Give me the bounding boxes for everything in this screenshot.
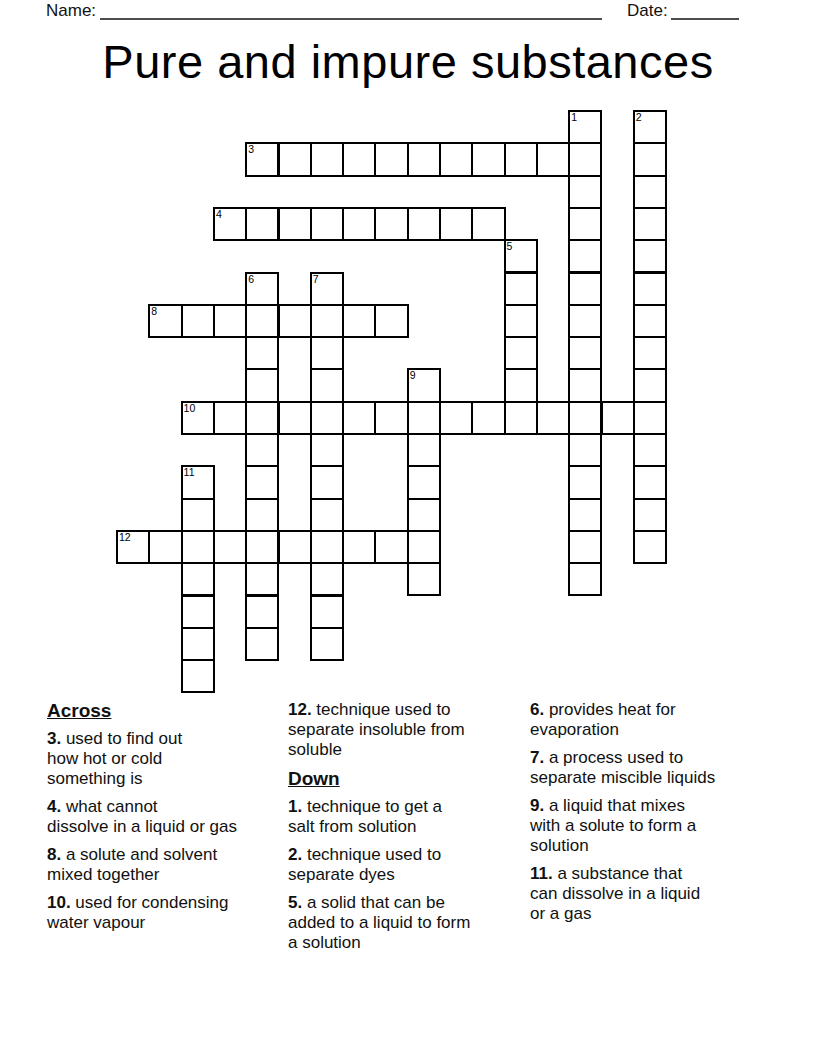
clue-down-6-text: provides heat for evaporation <box>530 700 676 739</box>
clue-down-11: 11. a substance that can dissolve in a l… <box>530 864 768 924</box>
name-label: Name: <box>46 1 96 21</box>
cell-r10-c9[interactable] <box>407 433 441 467</box>
cell-r2-c14[interactable] <box>568 175 602 209</box>
cell-r9-c4[interactable] <box>245 401 279 435</box>
clue-down-9-text: a liquid that mixes with a solute to for… <box>530 796 696 855</box>
cell-r14-c14[interactable] <box>568 562 602 596</box>
cell-r8-c6[interactable] <box>310 368 344 402</box>
clue-across-4-text: what cannot dissolve in a liquid or gas <box>47 797 237 836</box>
cell-r6-c1[interactable]: 8 <box>148 304 182 338</box>
cell-r3-c3[interactable]: 4 <box>213 207 247 241</box>
clue-down-11-text: a substance that can dissolve in a liqui… <box>530 864 700 923</box>
cell-r6-c5[interactable] <box>278 304 312 338</box>
cell-r5-c12[interactable] <box>504 272 538 306</box>
cell-r9-c13[interactable] <box>536 401 570 435</box>
cell-r10-c6[interactable] <box>310 433 344 467</box>
clue-number-8: 8 <box>151 306 157 317</box>
cell-r9-c6[interactable] <box>310 401 344 435</box>
clue-number-11: 11 <box>184 467 195 478</box>
cell-r6-c14[interactable] <box>568 304 602 338</box>
cell-r3-c4[interactable] <box>245 207 279 241</box>
cell-r8-c4[interactable] <box>245 368 279 402</box>
clue-number-6: 6 <box>248 274 254 285</box>
clue-down-7-number: 7. <box>530 748 544 767</box>
cell-r1-c9[interactable] <box>407 142 441 176</box>
cell-r13-c7[interactable] <box>342 530 376 564</box>
clue-number-10: 10 <box>184 403 196 414</box>
clue-across-3: 3. used to find out how hot or cold some… <box>47 729 287 789</box>
cell-r3-c5[interactable] <box>278 207 312 241</box>
clue-down-5-text: a solid that can be added to a liquid to… <box>288 893 470 952</box>
cell-r12-c16[interactable] <box>633 498 667 532</box>
clue-across-12: 12. technique used to separate insoluble… <box>288 700 526 760</box>
cell-r7-c4[interactable] <box>245 336 279 370</box>
cell-r10-c4[interactable] <box>245 433 279 467</box>
cell-r9-c16[interactable] <box>633 401 667 435</box>
cell-r5-c14[interactable] <box>568 272 602 306</box>
cell-r13-c9[interactable] <box>407 530 441 564</box>
cell-r13-c6[interactable] <box>310 530 344 564</box>
cell-r6-c12[interactable] <box>504 304 538 338</box>
down-header: Down <box>288 768 526 790</box>
cell-r6-c3[interactable] <box>213 304 247 338</box>
cell-r12-c14[interactable] <box>568 498 602 532</box>
cell-r1-c14[interactable] <box>568 142 602 176</box>
clue-number-7: 7 <box>313 274 319 285</box>
clue-number-2: 2 <box>636 112 642 123</box>
cell-r8-c16[interactable] <box>633 368 667 402</box>
cell-r6-c7[interactable] <box>342 304 376 338</box>
cell-r6-c6[interactable] <box>310 304 344 338</box>
clue-down-2-number: 2. <box>288 845 302 864</box>
clue-column-1: Across3. used to find out how hot or col… <box>47 700 287 941</box>
cell-r1-c13[interactable] <box>536 142 570 176</box>
clue-column-3: 6. provides heat for evaporation7. a pro… <box>530 700 768 932</box>
cell-r3-c6[interactable] <box>310 207 344 241</box>
cell-r15-c4[interactable] <box>245 595 279 629</box>
cell-r11-c16[interactable] <box>633 465 667 499</box>
clue-column-2: 12. technique used to separate insoluble… <box>288 700 526 961</box>
cell-r7-c6[interactable] <box>310 336 344 370</box>
cell-r7-c16[interactable] <box>633 336 667 370</box>
cell-r10-c16[interactable] <box>633 433 667 467</box>
cell-r13-c1[interactable] <box>148 530 182 564</box>
cell-r11-c2[interactable]: 11 <box>181 465 215 499</box>
cell-r3-c7[interactable] <box>342 207 376 241</box>
clue-number-3: 3 <box>248 144 254 155</box>
cell-r12-c9[interactable] <box>407 498 441 532</box>
clue-across-8-text: a solute and solvent mixed together <box>47 845 217 884</box>
clue-down-2-text: technique used to separate dyes <box>288 845 441 884</box>
cell-r1-c11[interactable] <box>471 142 505 176</box>
cell-r0-c14[interactable]: 1 <box>568 110 602 144</box>
cell-r13-c14[interactable] <box>568 530 602 564</box>
cell-r11-c9[interactable] <box>407 465 441 499</box>
cell-r1-c4[interactable]: 3 <box>245 142 279 176</box>
cell-r9-c15[interactable] <box>601 401 635 435</box>
cell-r11-c14[interactable] <box>568 465 602 499</box>
cell-r12-c2[interactable] <box>181 498 215 532</box>
cell-r16-c6[interactable] <box>310 627 344 661</box>
cell-r16-c4[interactable] <box>245 627 279 661</box>
cell-r15-c6[interactable] <box>310 595 344 629</box>
cell-r1-c8[interactable] <box>374 142 408 176</box>
cell-r3-c16[interactable] <box>633 207 667 241</box>
cell-r7-c14[interactable] <box>568 336 602 370</box>
clue-number-5: 5 <box>507 241 513 252</box>
date-blank-line[interactable] <box>671 2 739 20</box>
clue-across-12-text: technique used to separate insoluble fro… <box>288 700 465 759</box>
cell-r11-c4[interactable] <box>245 465 279 499</box>
cell-r3-c9[interactable] <box>407 207 441 241</box>
cell-r9-c10[interactable] <box>439 401 473 435</box>
cell-r14-c9[interactable] <box>407 562 441 596</box>
cell-r8-c14[interactable] <box>568 368 602 402</box>
cell-r4-c12[interactable]: 5 <box>504 239 538 273</box>
clue-down-1-text: technique to get a salt from solution <box>288 797 442 836</box>
cell-r12-c6[interactable] <box>310 498 344 532</box>
cell-r5-c4[interactable]: 6 <box>245 272 279 306</box>
clue-across-12-number: 12. <box>288 700 312 719</box>
cell-r15-c2[interactable] <box>181 595 215 629</box>
cell-r4-c14[interactable] <box>568 239 602 273</box>
cell-r14-c4[interactable] <box>245 562 279 596</box>
clue-down-11-number: 11. <box>530 864 553 883</box>
cell-r6-c8[interactable] <box>374 304 408 338</box>
clue-number-9: 9 <box>410 370 416 381</box>
cell-r13-c8[interactable] <box>374 530 408 564</box>
cell-r11-c6[interactable] <box>310 465 344 499</box>
clue-down-2: 2. technique used to separate dyes <box>288 845 526 885</box>
clue-down-6: 6. provides heat for evaporation <box>530 700 768 740</box>
cell-r13-c4[interactable] <box>245 530 279 564</box>
cell-r10-c14[interactable] <box>568 433 602 467</box>
cell-r3-c14[interactable] <box>568 207 602 241</box>
clue-down-6-number: 6. <box>530 700 544 719</box>
cell-r3-c10[interactable] <box>439 207 473 241</box>
cell-r1-c16[interactable] <box>633 142 667 176</box>
cell-r13-c0[interactable]: 12 <box>116 530 150 564</box>
name-blank-line[interactable] <box>100 2 602 20</box>
cell-r0-c16[interactable]: 2 <box>633 110 667 144</box>
cell-r14-c2[interactable] <box>181 562 215 596</box>
cell-r17-c2[interactable] <box>181 659 215 693</box>
cell-r6-c16[interactable] <box>633 304 667 338</box>
across-header: Across <box>47 700 287 722</box>
cell-r1-c6[interactable] <box>310 142 344 176</box>
clue-number-12: 12 <box>119 532 131 543</box>
worksheet-page: Name: Date: Pure and impure substances 1… <box>0 0 816 1056</box>
cell-r8-c12[interactable] <box>504 368 538 402</box>
cell-r9-c11[interactable] <box>471 401 505 435</box>
cell-r1-c10[interactable] <box>439 142 473 176</box>
cell-r9-c14[interactable] <box>568 401 602 435</box>
clue-across-10-number: 10. <box>47 893 71 912</box>
clue-number-4: 4 <box>216 209 222 220</box>
date-label: Date: <box>627 1 668 21</box>
clue-down-7: 7. a process used to separate miscible l… <box>530 748 768 788</box>
cell-r9-c8[interactable] <box>374 401 408 435</box>
cell-r9-c7[interactable] <box>342 401 376 435</box>
cell-r16-c2[interactable] <box>181 627 215 661</box>
cell-r6-c4[interactable] <box>245 304 279 338</box>
clue-across-3-number: 3. <box>47 729 61 748</box>
cell-r2-c16[interactable] <box>633 175 667 209</box>
cell-r7-c12[interactable] <box>504 336 538 370</box>
cell-r1-c12[interactable] <box>504 142 538 176</box>
clue-across-10: 10. used for condensing water vapour <box>47 893 287 933</box>
clue-down-7-text: a process used to separate miscible liqu… <box>530 748 715 787</box>
clue-down-1-number: 1. <box>288 797 302 816</box>
cell-r12-c4[interactable] <box>245 498 279 532</box>
clue-across-4-number: 4. <box>47 797 61 816</box>
cell-r9-c2[interactable]: 10 <box>181 401 215 435</box>
cell-r8-c9[interactable]: 9 <box>407 368 441 402</box>
cell-r5-c6[interactable]: 7 <box>310 272 344 306</box>
cell-r3-c8[interactable] <box>374 207 408 241</box>
clue-down-9: 9. a liquid that mixes with a solute to … <box>530 796 768 856</box>
cell-r5-c16[interactable] <box>633 272 667 306</box>
clue-across-10-text: used for condensing water vapour <box>47 893 228 932</box>
crossword-grid: 123456789101112 <box>116 110 668 694</box>
cell-r9-c9[interactable] <box>407 401 441 435</box>
cell-r9-c5[interactable] <box>278 401 312 435</box>
clue-across-3-text: used to find out how hot or cold somethi… <box>47 729 182 788</box>
clue-across-8-number: 8. <box>47 845 61 864</box>
puzzle-title: Pure and impure substances <box>0 34 816 90</box>
clue-down-1: 1. technique to get a salt from solution <box>288 797 526 837</box>
cell-r3-c11[interactable] <box>471 207 505 241</box>
cell-r13-c5[interactable] <box>278 530 312 564</box>
cell-r6-c2[interactable] <box>181 304 215 338</box>
clue-across-4: 4. what cannot dissolve in a liquid or g… <box>47 797 287 837</box>
cell-r14-c6[interactable] <box>310 562 344 596</box>
clue-down-5: 5. a solid that can be added to a liquid… <box>288 893 526 953</box>
clue-number-1: 1 <box>571 112 577 123</box>
cell-r13-c2[interactable] <box>181 530 215 564</box>
cell-r9-c3[interactable] <box>213 401 247 435</box>
cell-r13-c16[interactable] <box>633 530 667 564</box>
cell-r9-c12[interactable] <box>504 401 538 435</box>
cell-r1-c5[interactable] <box>278 142 312 176</box>
cell-r1-c7[interactable] <box>342 142 376 176</box>
clue-across-8: 8. a solute and solvent mixed together <box>47 845 287 885</box>
cell-r4-c16[interactable] <box>633 239 667 273</box>
clue-down-5-number: 5. <box>288 893 302 912</box>
cell-r13-c3[interactable] <box>213 530 247 564</box>
clue-down-9-number: 9. <box>530 796 544 815</box>
